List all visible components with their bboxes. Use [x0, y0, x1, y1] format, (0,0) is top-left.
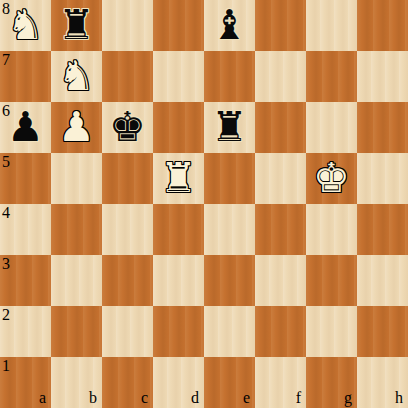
square-b6[interactable]: ♟	[51, 102, 102, 153]
square-a3[interactable]: 3	[0, 255, 51, 306]
file-label-h: h	[395, 390, 403, 406]
square-f4[interactable]	[255, 204, 306, 255]
file-label-f: f	[296, 390, 301, 406]
square-g1[interactable]: g	[306, 357, 357, 408]
rank-label-7: 7	[2, 52, 10, 68]
square-g8[interactable]	[306, 0, 357, 51]
square-a8[interactable]: 8♞	[0, 0, 51, 51]
square-c4[interactable]	[102, 204, 153, 255]
file-label-b: b	[89, 390, 97, 406]
square-b3[interactable]	[51, 255, 102, 306]
square-h8[interactable]	[357, 0, 408, 51]
file-label-e: e	[243, 390, 250, 406]
square-b5[interactable]	[51, 153, 102, 204]
square-h6[interactable]	[357, 102, 408, 153]
square-c6[interactable]: ♚	[102, 102, 153, 153]
piece-black-rook[interactable]: ♜	[51, 0, 102, 51]
square-h2[interactable]	[357, 306, 408, 357]
square-b2[interactable]	[51, 306, 102, 357]
piece-white-knight[interactable]: ♞	[0, 0, 51, 51]
chess-board-container: 8♞♜♝7♞6♟♟♚♜5♜♚4321abcdefgh	[0, 0, 408, 408]
square-b4[interactable]	[51, 204, 102, 255]
square-f2[interactable]	[255, 306, 306, 357]
piece-white-pawn[interactable]: ♟	[51, 102, 102, 153]
square-d4[interactable]	[153, 204, 204, 255]
square-c3[interactable]	[102, 255, 153, 306]
square-f3[interactable]	[255, 255, 306, 306]
square-e4[interactable]	[204, 204, 255, 255]
square-h4[interactable]	[357, 204, 408, 255]
square-d6[interactable]	[153, 102, 204, 153]
square-c2[interactable]	[102, 306, 153, 357]
square-g5[interactable]: ♚	[306, 153, 357, 204]
file-label-c: c	[141, 390, 148, 406]
square-a4[interactable]: 4	[0, 204, 51, 255]
square-d5[interactable]: ♜	[153, 153, 204, 204]
file-label-g: g	[344, 390, 352, 406]
square-a1[interactable]: 1a	[0, 357, 51, 408]
square-e1[interactable]: e	[204, 357, 255, 408]
square-f6[interactable]	[255, 102, 306, 153]
square-e6[interactable]: ♜	[204, 102, 255, 153]
square-g7[interactable]	[306, 51, 357, 102]
rank-label-3: 3	[2, 256, 10, 272]
file-label-a: a	[39, 390, 46, 406]
square-a5[interactable]: 5	[0, 153, 51, 204]
square-c7[interactable]	[102, 51, 153, 102]
square-c5[interactable]	[102, 153, 153, 204]
piece-white-knight[interactable]: ♞	[51, 51, 102, 102]
square-e2[interactable]	[204, 306, 255, 357]
square-d3[interactable]	[153, 255, 204, 306]
square-h1[interactable]: h	[357, 357, 408, 408]
square-f1[interactable]: f	[255, 357, 306, 408]
square-d2[interactable]	[153, 306, 204, 357]
piece-black-rook[interactable]: ♜	[204, 102, 255, 153]
square-b7[interactable]: ♞	[51, 51, 102, 102]
square-h5[interactable]	[357, 153, 408, 204]
file-label-d: d	[191, 390, 199, 406]
square-h7[interactable]	[357, 51, 408, 102]
square-b8[interactable]: ♜	[51, 0, 102, 51]
rank-label-1: 1	[2, 358, 10, 374]
square-e8[interactable]: ♝	[204, 0, 255, 51]
square-f7[interactable]	[255, 51, 306, 102]
chess-board: 8♞♜♝7♞6♟♟♚♜5♜♚4321abcdefgh	[0, 0, 408, 408]
piece-white-rook[interactable]: ♜	[153, 153, 204, 204]
square-a6[interactable]: 6♟	[0, 102, 51, 153]
square-d1[interactable]: d	[153, 357, 204, 408]
square-g2[interactable]	[306, 306, 357, 357]
piece-black-pawn[interactable]: ♟	[0, 102, 51, 153]
square-f5[interactable]	[255, 153, 306, 204]
piece-black-king[interactable]: ♚	[102, 102, 153, 153]
square-a7[interactable]: 7	[0, 51, 51, 102]
square-g6[interactable]	[306, 102, 357, 153]
square-h3[interactable]	[357, 255, 408, 306]
square-a2[interactable]: 2	[0, 306, 51, 357]
square-e3[interactable]	[204, 255, 255, 306]
square-f8[interactable]	[255, 0, 306, 51]
square-g4[interactable]	[306, 204, 357, 255]
rank-label-4: 4	[2, 205, 10, 221]
square-g3[interactable]	[306, 255, 357, 306]
square-b1[interactable]: b	[51, 357, 102, 408]
rank-label-2: 2	[2, 307, 10, 323]
square-c8[interactable]	[102, 0, 153, 51]
piece-white-king[interactable]: ♚	[306, 153, 357, 204]
square-d7[interactable]	[153, 51, 204, 102]
square-e5[interactable]	[204, 153, 255, 204]
piece-black-bishop[interactable]: ♝	[204, 0, 255, 51]
rank-label-5: 5	[2, 154, 10, 170]
square-d8[interactable]	[153, 0, 204, 51]
square-e7[interactable]	[204, 51, 255, 102]
square-c1[interactable]: c	[102, 357, 153, 408]
